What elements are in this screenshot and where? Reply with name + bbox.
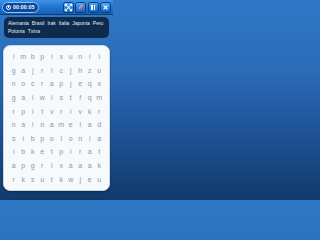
- grid-cell-r1c1[interactable]: i: [9, 50, 19, 64]
- grid-cell-r8c7[interactable]: i: [66, 145, 76, 159]
- grid-cell-r7c10[interactable]: a: [95, 132, 105, 146]
- grid-cell-r2c9[interactable]: z: [85, 64, 95, 78]
- word-list-item: Peru: [93, 20, 104, 27]
- grid-cell-r7c7[interactable]: o: [66, 132, 76, 146]
- grid-cell-r1c3[interactable]: b: [28, 50, 38, 64]
- grid-cell-r5c7[interactable]: i: [66, 104, 76, 118]
- timer-pill: 00:00:05: [2, 2, 39, 13]
- grid-cell-r8c9[interactable]: a: [85, 145, 95, 159]
- grid-cell-r7c9[interactable]: i: [85, 132, 95, 146]
- grid-cell-r2c3[interactable]: j: [28, 64, 38, 78]
- word-list-item: Alemania: [8, 20, 29, 27]
- grid-cell-r7c1[interactable]: s: [9, 132, 19, 146]
- grid-cell-r5c1[interactable]: r: [9, 104, 19, 118]
- grid-cell-r7c6[interactable]: l: [57, 132, 67, 146]
- grid-cell-r5c4[interactable]: t: [38, 104, 48, 118]
- grid-cell-r4c5[interactable]: l: [47, 91, 57, 105]
- grid-cell-r8c2[interactable]: b: [19, 145, 29, 159]
- grid-cell-r10c9[interactable]: e: [85, 172, 95, 186]
- grid-cell-r4c4[interactable]: w: [38, 91, 48, 105]
- grid-cell-r10c3[interactable]: s: [28, 172, 38, 186]
- grid-cell-r10c10[interactable]: u: [95, 172, 105, 186]
- grid-cell-r9c6[interactable]: x: [57, 159, 67, 173]
- grid-cell-r5c8[interactable]: v: [76, 104, 86, 118]
- grid-cell-r1c9[interactable]: i: [85, 50, 95, 64]
- grid-cell-r2c4[interactable]: r: [38, 64, 48, 78]
- topbar-buttons: ✎ ✕: [63, 2, 112, 13]
- grid-cell-r2c2[interactable]: a: [19, 64, 29, 78]
- grid-cell-r9c3[interactable]: g: [28, 159, 38, 173]
- grid-cell-r9c8[interactable]: a: [76, 159, 86, 173]
- grid-cell-r1c7[interactable]: u: [66, 50, 76, 64]
- grid-cell-r1c6[interactable]: x: [57, 50, 67, 64]
- grid-cell-r5c3[interactable]: i: [28, 104, 38, 118]
- grid-cell-r4c10[interactable]: m: [95, 91, 105, 105]
- grid-cell-r8c1[interactable]: i: [9, 145, 19, 159]
- grid-cell-r10c6[interactable]: k: [57, 172, 67, 186]
- grid-cell-r10c1[interactable]: r: [9, 172, 19, 186]
- word-list-panel: AlemaniaBrasilIrakItaliaJaponiaPeruPolon…: [4, 17, 109, 38]
- grid-cell-r10c2[interactable]: k: [19, 172, 29, 186]
- grid-cell-r3c8[interactable]: e: [76, 77, 86, 91]
- grid-cell-r6c10[interactable]: d: [95, 118, 105, 132]
- grid-cell-r8c5[interactable]: t: [47, 145, 57, 159]
- puzzle-card: imbpixuniigajrlcjhzunocrapjeqxgaiwlstfqm…: [3, 45, 110, 191]
- grid-cell-r3c3[interactable]: c: [28, 77, 38, 91]
- pen-toggle-button[interactable]: ✎: [75, 2, 86, 13]
- grid-cell-r7c2[interactable]: i: [19, 132, 29, 146]
- grid-cell-r9c10[interactable]: k: [95, 159, 105, 173]
- word-list: AlemaniaBrasilIrakItaliaJaponiaPeruPolon…: [8, 20, 105, 35]
- grid-cell-r3c5[interactable]: a: [47, 77, 57, 91]
- grid-cell-r7c3[interactable]: b: [28, 132, 38, 146]
- grid-cell-r9c1[interactable]: a: [9, 159, 19, 173]
- pause-button[interactable]: [88, 2, 99, 13]
- letter-grid: imbpixuniigajrlcjhzunocrapjeqxgaiwlstfqm…: [9, 50, 104, 186]
- grid-cell-r5c9[interactable]: k: [85, 104, 95, 118]
- grid-cell-r9c9[interactable]: a: [85, 159, 95, 173]
- word-list-item: Brasil: [32, 20, 45, 27]
- grid-cell-r2c6[interactable]: c: [57, 64, 67, 78]
- fullscreen-button[interactable]: [63, 2, 74, 13]
- grid-cell-r5c5[interactable]: v: [47, 104, 57, 118]
- grid-cell-r7c5[interactable]: o: [47, 132, 57, 146]
- grid-cell-r1c5[interactable]: i: [47, 50, 57, 64]
- grid-cell-r8c3[interactable]: k: [28, 145, 38, 159]
- grid-cell-r9c4[interactable]: r: [38, 159, 48, 173]
- grid-cell-r6c9[interactable]: a: [85, 118, 95, 132]
- grid-cell-r2c1[interactable]: g: [9, 64, 19, 78]
- timer-clock-icon: [6, 5, 11, 10]
- grid-cell-r6c7[interactable]: e: [66, 118, 76, 132]
- grid-cell-r7c8[interactable]: n: [76, 132, 86, 146]
- grid-cell-r5c2[interactable]: p: [19, 104, 29, 118]
- fullscreen-icon: [64, 3, 73, 12]
- grid-cell-r3c6[interactable]: p: [57, 77, 67, 91]
- grid-cell-r1c2[interactable]: m: [19, 50, 29, 64]
- grid-cell-r3c10[interactable]: x: [95, 77, 105, 91]
- grid-cell-r2c8[interactable]: h: [76, 64, 86, 78]
- grid-cell-r10c7[interactable]: w: [66, 172, 76, 186]
- grid-cell-r6c8[interactable]: l: [76, 118, 86, 132]
- grid-cell-r3c4[interactable]: r: [38, 77, 48, 91]
- grid-cell-r3c2[interactable]: o: [19, 77, 29, 91]
- grid-cell-r5c6[interactable]: r: [57, 104, 67, 118]
- grid-cell-r6c3[interactable]: i: [28, 118, 38, 132]
- grid-cell-r4c7[interactable]: t: [66, 91, 76, 105]
- grid-cell-r6c6[interactable]: m: [57, 118, 67, 132]
- grid-cell-r6c1[interactable]: n: [9, 118, 19, 132]
- word-list-item: Irak: [47, 20, 55, 27]
- grid-cell-r2c7[interactable]: j: [66, 64, 76, 78]
- grid-cell-r6c4[interactable]: n: [38, 118, 48, 132]
- grid-cell-r9c5[interactable]: i: [47, 159, 57, 173]
- grid-cell-r4c8[interactable]: f: [76, 91, 86, 105]
- timer-value: 00:00:05: [13, 5, 35, 10]
- grid-cell-r1c8[interactable]: n: [76, 50, 86, 64]
- grid-cell-r1c4[interactable]: p: [38, 50, 48, 64]
- grid-cell-r8c8[interactable]: r: [76, 145, 86, 159]
- word-list-item: Italia: [59, 20, 70, 27]
- word-list-item: Polonia: [8, 28, 25, 35]
- grid-cell-r8c10[interactable]: t: [95, 145, 105, 159]
- grid-cell-r5c10[interactable]: r: [95, 104, 105, 118]
- grid-cell-r1c10[interactable]: i: [95, 50, 105, 64]
- grid-cell-r8c6[interactable]: p: [57, 145, 67, 159]
- grid-cell-r4c2[interactable]: a: [19, 91, 29, 105]
- close-button[interactable]: ✕: [100, 2, 111, 13]
- grid-cell-r9c7[interactable]: a: [66, 159, 76, 173]
- grid-cell-r2c10[interactable]: u: [95, 64, 105, 78]
- grid-cell-r7c4[interactable]: p: [38, 132, 48, 146]
- pause-icon: [91, 5, 95, 10]
- grid-cell-r6c2[interactable]: a: [19, 118, 29, 132]
- grid-cell-r10c4[interactable]: u: [38, 172, 48, 186]
- grid-cell-r4c9[interactable]: q: [85, 91, 95, 105]
- grid-cell-r9c2[interactable]: p: [19, 159, 29, 173]
- close-icon: ✕: [103, 4, 109, 11]
- grid-cell-r3c1[interactable]: n: [9, 77, 19, 91]
- grid-cell-r10c5[interactable]: t: [47, 172, 57, 186]
- grid-cell-r4c3[interactable]: i: [28, 91, 38, 105]
- grid-cell-r10c8[interactable]: j: [76, 172, 86, 186]
- grid-cell-r2c5[interactable]: l: [47, 64, 57, 78]
- grid-cell-r3c9[interactable]: q: [85, 77, 95, 91]
- grid-cell-r4c6[interactable]: s: [57, 91, 67, 105]
- grid-cell-r4c1[interactable]: g: [9, 91, 19, 105]
- grid-cell-r8c4[interactable]: e: [38, 145, 48, 159]
- grid-cell-r6c5[interactable]: a: [47, 118, 57, 132]
- grid-cell-r3c7[interactable]: j: [66, 77, 76, 91]
- word-list-item: Japonia: [72, 20, 90, 27]
- top-bar: 00:00:05 ✎ ✕: [0, 0, 113, 15]
- word-search-app: 00:00:05 ✎ ✕: [0, 0, 113, 200]
- word-list-item: Txina: [28, 28, 40, 35]
